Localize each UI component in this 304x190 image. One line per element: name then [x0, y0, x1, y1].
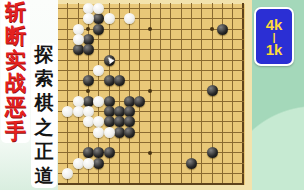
red-title-strip: 斩 断 实 战 恶 手 — [1, 0, 30, 143]
grid-line-horizontal — [51, 70, 244, 71]
black-stone[interactable] — [186, 158, 197, 169]
star-point — [86, 27, 90, 31]
white-stone[interactable] — [124, 13, 135, 24]
grid-line-vertical — [119, 3, 120, 184]
board-margin-right — [245, 0, 252, 190]
white-stone[interactable] — [62, 168, 73, 179]
black-stone[interactable] — [93, 158, 104, 169]
black-stone[interactable] — [124, 116, 135, 127]
grid-line-vertical — [160, 3, 161, 184]
rank-bottom-label: 1k — [266, 42, 283, 57]
black-stone[interactable] — [104, 75, 115, 86]
grid-line-horizontal — [51, 80, 244, 81]
star-point — [148, 89, 152, 93]
grid-line-vertical — [170, 3, 171, 184]
white-stone[interactable] — [104, 13, 115, 24]
grid-line-vertical — [67, 3, 68, 184]
black-stone[interactable] — [73, 44, 84, 55]
go-board[interactable] — [50, 0, 252, 190]
red-title-char: 战 — [5, 72, 26, 94]
black-stone[interactable] — [207, 147, 218, 158]
video-thumbnail: 斩 断 实 战 恶 手 探 索 棋 之 正 道 4k | 1k — [0, 0, 304, 190]
grid-line-vertical — [232, 3, 233, 184]
black-subtitle-strip: 探 索 棋 之 正 道 — [31, 43, 57, 188]
white-stone[interactable] — [104, 127, 115, 138]
left-banner: 斩 断 实 战 恶 手 探 索 棋 之 正 道 — [0, 0, 58, 190]
black-stone[interactable] — [93, 13, 104, 24]
rank-range-badge: 4k | 1k — [254, 7, 294, 66]
subtitle-char: 之 — [35, 117, 54, 139]
red-title-char: 恶 — [5, 96, 26, 118]
star-point — [86, 89, 90, 93]
star-point — [148, 27, 152, 31]
grid-line-vertical — [139, 3, 140, 184]
grid-line-horizontal — [51, 121, 244, 122]
subtitle-char: 探 — [35, 44, 54, 66]
red-title-char: 断 — [5, 25, 26, 47]
white-stone[interactable] — [93, 116, 104, 127]
black-stone[interactable] — [217, 24, 228, 35]
black-stone[interactable] — [134, 96, 145, 107]
black-stone[interactable] — [83, 75, 94, 86]
white-stone[interactable] — [73, 106, 84, 117]
black-stone[interactable] — [104, 147, 115, 158]
black-stone[interactable] — [93, 147, 104, 158]
grid-line-horizontal — [51, 8, 244, 9]
last-move-marker — [105, 54, 114, 63]
star-point — [148, 151, 152, 155]
grid-line-horizontal — [51, 183, 244, 185]
grid-line-vertical — [129, 3, 130, 184]
black-stone[interactable] — [207, 85, 218, 96]
grid-line-vertical — [191, 3, 192, 184]
red-title-char: 手 — [5, 120, 26, 142]
rank-top-label: 4k — [266, 17, 283, 32]
grid-line-vertical — [201, 3, 202, 184]
white-stone[interactable] — [93, 65, 104, 76]
red-title-char: 实 — [5, 49, 26, 71]
black-stone[interactable] — [114, 75, 125, 86]
white-stone[interactable] — [73, 158, 84, 169]
black-stone[interactable] — [83, 44, 94, 55]
white-stone[interactable] — [93, 3, 104, 14]
subtitle-char: 道 — [35, 165, 54, 187]
white-stone[interactable] — [93, 96, 104, 107]
subtitle-char: 正 — [35, 141, 54, 163]
grid-line-vertical — [181, 3, 182, 184]
grid-line-horizontal — [51, 60, 244, 61]
grid-line-horizontal — [51, 132, 244, 133]
white-stone[interactable] — [83, 158, 94, 169]
red-title-char: 斩 — [5, 1, 26, 23]
black-stone[interactable] — [93, 24, 104, 35]
white-stone[interactable] — [73, 34, 84, 45]
grid-line-horizontal — [51, 142, 244, 143]
board-margin-bottom — [50, 185, 252, 190]
black-stone[interactable] — [104, 116, 115, 127]
subtitle-char: 索 — [35, 68, 54, 90]
white-stone[interactable] — [83, 13, 94, 24]
white-stone[interactable] — [73, 24, 84, 35]
white-stone[interactable] — [93, 127, 104, 138]
black-stone[interactable] — [124, 127, 135, 138]
star-point — [210, 27, 214, 31]
grid-line-horizontal — [51, 18, 244, 19]
subtitle-char: 棋 — [35, 92, 54, 114]
rank-dash: | — [272, 32, 275, 42]
black-stone[interactable] — [104, 55, 115, 66]
grid-line-vertical — [242, 3, 244, 184]
grid-line-horizontal — [51, 173, 244, 174]
white-stone[interactable] — [62, 106, 73, 117]
